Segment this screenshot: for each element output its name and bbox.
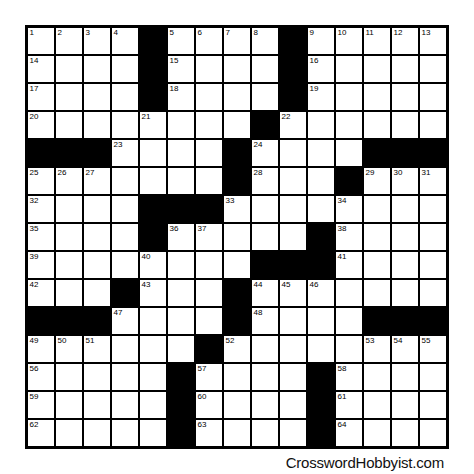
black-cell bbox=[364, 140, 390, 166]
white-cell[interactable] bbox=[56, 364, 82, 390]
white-cell[interactable]: 6 bbox=[196, 28, 222, 54]
white-cell[interactable] bbox=[224, 392, 250, 418]
white-cell[interactable]: 58 bbox=[336, 364, 362, 390]
black-cell bbox=[84, 308, 110, 334]
clue-number: 21 bbox=[142, 112, 151, 121]
white-cell[interactable] bbox=[364, 56, 390, 82]
white-cell[interactable]: 36 bbox=[168, 224, 194, 250]
black-cell bbox=[308, 224, 334, 250]
white-cell[interactable] bbox=[392, 392, 418, 418]
white-cell[interactable] bbox=[168, 112, 194, 138]
black-cell bbox=[84, 140, 110, 166]
white-cell[interactable] bbox=[280, 140, 306, 166]
white-cell[interactable] bbox=[420, 364, 446, 390]
white-cell[interactable] bbox=[252, 196, 278, 222]
clue-number: 25 bbox=[30, 168, 39, 177]
white-cell[interactable]: 63 bbox=[196, 420, 222, 446]
white-cell[interactable]: 62 bbox=[28, 420, 54, 446]
black-cell bbox=[252, 252, 278, 278]
black-cell bbox=[224, 280, 250, 306]
clue-number: 23 bbox=[114, 140, 123, 149]
white-cell[interactable]: 30 bbox=[392, 168, 418, 194]
clue-number: 60 bbox=[198, 392, 207, 401]
white-cell[interactable] bbox=[420, 196, 446, 222]
white-cell[interactable]: 60 bbox=[196, 392, 222, 418]
clue-number: 22 bbox=[282, 112, 291, 121]
white-cell[interactable]: 50 bbox=[56, 336, 82, 362]
black-cell bbox=[364, 308, 390, 334]
clue-number: 57 bbox=[198, 364, 207, 373]
white-cell[interactable]: 1 bbox=[28, 28, 54, 54]
white-cell[interactable] bbox=[420, 392, 446, 418]
clue-number: 29 bbox=[366, 168, 375, 177]
white-cell[interactable]: 15 bbox=[168, 56, 194, 82]
white-cell[interactable] bbox=[280, 420, 306, 446]
white-cell[interactable]: 24 bbox=[252, 140, 278, 166]
clue-number: 43 bbox=[142, 280, 151, 289]
white-cell[interactable] bbox=[112, 420, 138, 446]
white-cell[interactable]: 25 bbox=[28, 168, 54, 194]
white-cell[interactable] bbox=[196, 168, 222, 194]
white-cell[interactable]: 46 bbox=[308, 280, 334, 306]
white-cell[interactable] bbox=[420, 112, 446, 138]
white-cell[interactable]: 17 bbox=[28, 84, 54, 110]
white-cell[interactable] bbox=[140, 308, 166, 334]
white-cell[interactable]: 54 bbox=[392, 336, 418, 362]
white-cell[interactable] bbox=[224, 364, 250, 390]
black-cell bbox=[392, 308, 418, 334]
white-cell[interactable]: 64 bbox=[336, 420, 362, 446]
white-cell[interactable] bbox=[336, 308, 362, 334]
clue-number: 18 bbox=[170, 84, 179, 93]
white-cell[interactable] bbox=[140, 420, 166, 446]
clue-number: 42 bbox=[30, 280, 39, 289]
black-cell bbox=[280, 28, 306, 54]
white-cell[interactable] bbox=[140, 140, 166, 166]
black-cell bbox=[140, 84, 166, 110]
white-cell[interactable]: 51 bbox=[84, 336, 110, 362]
white-cell[interactable] bbox=[420, 252, 446, 278]
white-cell[interactable]: 37 bbox=[196, 224, 222, 250]
white-cell[interactable]: 4 bbox=[112, 28, 138, 54]
white-cell[interactable] bbox=[168, 140, 194, 166]
white-cell[interactable]: 16 bbox=[308, 56, 334, 82]
white-cell[interactable]: 56 bbox=[28, 364, 54, 390]
white-cell[interactable]: 48 bbox=[252, 308, 278, 334]
white-cell[interactable] bbox=[56, 224, 82, 250]
white-cell[interactable] bbox=[140, 364, 166, 390]
black-cell bbox=[112, 280, 138, 306]
clue-number: 31 bbox=[422, 168, 431, 177]
clue-number: 45 bbox=[282, 280, 291, 289]
white-cell[interactable]: 27 bbox=[84, 168, 110, 194]
black-cell bbox=[308, 252, 334, 278]
white-cell[interactable]: 22 bbox=[280, 112, 306, 138]
white-cell[interactable] bbox=[84, 112, 110, 138]
clue-number: 37 bbox=[198, 224, 207, 233]
white-cell[interactable] bbox=[84, 84, 110, 110]
black-cell bbox=[308, 392, 334, 418]
white-cell[interactable] bbox=[224, 56, 250, 82]
white-cell[interactable] bbox=[196, 252, 222, 278]
white-cell[interactable] bbox=[112, 392, 138, 418]
white-cell[interactable] bbox=[84, 392, 110, 418]
clue-number: 17 bbox=[30, 84, 39, 93]
white-cell[interactable] bbox=[112, 112, 138, 138]
black-cell bbox=[280, 252, 306, 278]
white-cell[interactable]: 19 bbox=[308, 84, 334, 110]
white-cell[interactable] bbox=[252, 84, 278, 110]
white-cell[interactable] bbox=[364, 196, 390, 222]
white-cell[interactable] bbox=[252, 336, 278, 362]
black-cell bbox=[28, 308, 54, 334]
white-cell[interactable] bbox=[84, 252, 110, 278]
white-cell[interactable]: 61 bbox=[336, 392, 362, 418]
white-cell[interactable] bbox=[56, 392, 82, 418]
black-cell bbox=[252, 112, 278, 138]
white-cell[interactable] bbox=[252, 224, 278, 250]
white-cell[interactable] bbox=[420, 84, 446, 110]
clue-number: 19 bbox=[310, 84, 319, 93]
white-cell[interactable] bbox=[252, 392, 278, 418]
clue-number: 33 bbox=[226, 196, 235, 205]
white-cell[interactable] bbox=[364, 392, 390, 418]
white-cell[interactable] bbox=[392, 280, 418, 306]
white-cell[interactable] bbox=[364, 280, 390, 306]
white-cell[interactable]: 3 bbox=[84, 28, 110, 54]
clue-number: 10 bbox=[338, 28, 347, 37]
white-cell[interactable] bbox=[84, 56, 110, 82]
white-cell[interactable]: 55 bbox=[420, 336, 446, 362]
white-cell[interactable] bbox=[252, 56, 278, 82]
clue-number: 8 bbox=[254, 28, 258, 37]
clue-number: 2 bbox=[58, 28, 62, 37]
footer-brand: CrosswordHobbyist.com bbox=[286, 454, 444, 471]
white-cell[interactable] bbox=[336, 84, 362, 110]
white-cell[interactable]: 59 bbox=[28, 392, 54, 418]
clue-number: 47 bbox=[114, 308, 123, 317]
clue-number: 35 bbox=[30, 224, 39, 233]
black-cell bbox=[224, 168, 250, 194]
clue-number: 1 bbox=[30, 28, 34, 37]
white-cell[interactable] bbox=[392, 420, 418, 446]
white-cell[interactable] bbox=[56, 196, 82, 222]
white-cell[interactable] bbox=[196, 56, 222, 82]
white-cell[interactable]: 10 bbox=[336, 28, 362, 54]
clue-number: 6 bbox=[198, 28, 202, 37]
white-cell[interactable] bbox=[140, 168, 166, 194]
white-cell[interactable] bbox=[196, 84, 222, 110]
white-cell[interactable]: 43 bbox=[140, 280, 166, 306]
clue-number: 39 bbox=[30, 252, 39, 261]
black-cell bbox=[168, 196, 194, 222]
white-cell[interactable] bbox=[112, 364, 138, 390]
black-cell bbox=[336, 168, 362, 194]
clue-number: 12 bbox=[394, 28, 403, 37]
white-cell[interactable]: 57 bbox=[196, 364, 222, 390]
black-cell bbox=[56, 308, 82, 334]
white-cell[interactable] bbox=[420, 224, 446, 250]
white-cell[interactable] bbox=[140, 392, 166, 418]
black-cell bbox=[168, 392, 194, 418]
clue-number: 16 bbox=[310, 56, 319, 65]
white-cell[interactable]: 38 bbox=[336, 224, 362, 250]
white-cell[interactable]: 12 bbox=[392, 28, 418, 54]
white-cell[interactable] bbox=[140, 336, 166, 362]
white-cell[interactable]: 18 bbox=[168, 84, 194, 110]
white-cell[interactable]: 21 bbox=[140, 112, 166, 138]
white-cell[interactable] bbox=[364, 252, 390, 278]
white-cell[interactable] bbox=[280, 392, 306, 418]
white-cell[interactable] bbox=[308, 168, 334, 194]
white-cell[interactable]: 31 bbox=[420, 168, 446, 194]
white-cell[interactable]: 53 bbox=[364, 336, 390, 362]
white-cell[interactable] bbox=[196, 280, 222, 306]
white-cell[interactable]: 13 bbox=[420, 28, 446, 54]
white-cell[interactable]: 14 bbox=[28, 56, 54, 82]
white-cell[interactable]: 5 bbox=[168, 28, 194, 54]
white-cell[interactable] bbox=[112, 196, 138, 222]
white-cell[interactable] bbox=[56, 56, 82, 82]
white-cell[interactable] bbox=[364, 112, 390, 138]
white-cell[interactable] bbox=[336, 112, 362, 138]
white-cell[interactable]: 32 bbox=[28, 196, 54, 222]
white-cell[interactable]: 40 bbox=[140, 252, 166, 278]
white-cell[interactable] bbox=[196, 140, 222, 166]
white-cell[interactable]: 8 bbox=[252, 28, 278, 54]
white-cell[interactable] bbox=[196, 112, 222, 138]
clue-number: 32 bbox=[30, 196, 39, 205]
black-cell bbox=[196, 196, 222, 222]
white-cell[interactable] bbox=[84, 196, 110, 222]
white-cell[interactable] bbox=[84, 420, 110, 446]
clue-number: 34 bbox=[338, 196, 347, 205]
white-cell[interactable] bbox=[392, 252, 418, 278]
white-cell[interactable] bbox=[280, 168, 306, 194]
white-cell[interactable] bbox=[168, 280, 194, 306]
clue-number: 48 bbox=[254, 308, 263, 317]
white-cell[interactable]: 41 bbox=[336, 252, 362, 278]
white-cell[interactable] bbox=[280, 336, 306, 362]
black-cell bbox=[168, 364, 194, 390]
white-cell[interactable]: 28 bbox=[252, 168, 278, 194]
black-cell bbox=[140, 196, 166, 222]
white-cell[interactable] bbox=[392, 84, 418, 110]
white-cell[interactable]: 45 bbox=[280, 280, 306, 306]
white-cell[interactable] bbox=[252, 364, 278, 390]
white-cell[interactable] bbox=[224, 84, 250, 110]
white-cell[interactable] bbox=[364, 84, 390, 110]
white-cell[interactable] bbox=[364, 420, 390, 446]
clue-number: 55 bbox=[422, 336, 431, 345]
clue-number: 3 bbox=[86, 28, 90, 37]
white-cell[interactable]: 29 bbox=[364, 168, 390, 194]
white-cell[interactable] bbox=[280, 224, 306, 250]
white-cell[interactable] bbox=[364, 364, 390, 390]
white-cell[interactable] bbox=[56, 420, 82, 446]
white-cell[interactable]: 20 bbox=[28, 112, 54, 138]
white-cell[interactable] bbox=[168, 308, 194, 334]
clue-number: 20 bbox=[30, 112, 39, 121]
clue-number: 26 bbox=[58, 168, 67, 177]
black-cell bbox=[280, 56, 306, 82]
clue-number: 28 bbox=[254, 168, 263, 177]
white-cell[interactable] bbox=[112, 56, 138, 82]
white-cell[interactable] bbox=[168, 168, 194, 194]
clue-number: 13 bbox=[422, 28, 431, 37]
black-cell bbox=[280, 84, 306, 110]
white-cell[interactable] bbox=[56, 280, 82, 306]
clue-number: 58 bbox=[338, 364, 347, 373]
clue-number: 38 bbox=[338, 224, 347, 233]
white-cell[interactable]: 35 bbox=[28, 224, 54, 250]
clue-number: 24 bbox=[254, 140, 263, 149]
white-cell[interactable] bbox=[308, 308, 334, 334]
white-cell[interactable] bbox=[112, 224, 138, 250]
white-cell[interactable]: 23 bbox=[112, 140, 138, 166]
white-cell[interactable]: 2 bbox=[56, 28, 82, 54]
white-cell[interactable] bbox=[280, 308, 306, 334]
white-cell[interactable] bbox=[420, 280, 446, 306]
black-cell bbox=[224, 140, 250, 166]
white-cell[interactable]: 47 bbox=[112, 308, 138, 334]
white-cell[interactable] bbox=[84, 224, 110, 250]
white-cell[interactable] bbox=[112, 336, 138, 362]
white-cell[interactable] bbox=[364, 224, 390, 250]
white-cell[interactable] bbox=[56, 84, 82, 110]
clue-number: 27 bbox=[86, 168, 95, 177]
clue-number: 9 bbox=[310, 28, 314, 37]
white-cell[interactable] bbox=[224, 252, 250, 278]
white-cell[interactable] bbox=[392, 112, 418, 138]
white-cell[interactable] bbox=[112, 252, 138, 278]
clue-number: 46 bbox=[310, 280, 319, 289]
clue-number: 49 bbox=[30, 336, 39, 345]
clue-number: 40 bbox=[142, 252, 151, 261]
clue-number: 62 bbox=[30, 420, 39, 429]
white-cell[interactable] bbox=[336, 280, 362, 306]
white-cell[interactable] bbox=[308, 196, 334, 222]
white-cell[interactable]: 9 bbox=[308, 28, 334, 54]
clue-number: 63 bbox=[198, 420, 207, 429]
black-cell bbox=[140, 28, 166, 54]
white-cell[interactable] bbox=[112, 168, 138, 194]
black-cell bbox=[308, 364, 334, 390]
black-cell bbox=[224, 308, 250, 334]
clue-number: 4 bbox=[114, 28, 118, 37]
white-cell[interactable]: 52 bbox=[224, 336, 250, 362]
white-cell[interactable] bbox=[308, 140, 334, 166]
clue-number: 44 bbox=[254, 280, 263, 289]
clue-number: 36 bbox=[170, 224, 179, 233]
black-cell bbox=[140, 56, 166, 82]
white-cell[interactable] bbox=[308, 112, 334, 138]
black-cell bbox=[420, 308, 446, 334]
clue-number: 54 bbox=[394, 336, 403, 345]
black-cell bbox=[140, 224, 166, 250]
clue-number: 53 bbox=[366, 336, 375, 345]
white-cell[interactable] bbox=[336, 336, 362, 362]
clue-number: 30 bbox=[394, 168, 403, 177]
white-cell[interactable] bbox=[196, 308, 222, 334]
clue-number: 5 bbox=[170, 28, 174, 37]
white-cell[interactable] bbox=[252, 420, 278, 446]
white-cell[interactable]: 34 bbox=[336, 196, 362, 222]
white-cell[interactable]: 49 bbox=[28, 336, 54, 362]
clue-number: 14 bbox=[30, 56, 39, 65]
white-cell[interactable] bbox=[56, 252, 82, 278]
clue-number: 11 bbox=[366, 28, 374, 37]
white-cell[interactable] bbox=[392, 196, 418, 222]
black-cell bbox=[196, 336, 222, 362]
black-cell bbox=[168, 420, 194, 446]
white-cell[interactable] bbox=[84, 364, 110, 390]
white-cell[interactable] bbox=[224, 420, 250, 446]
clue-number: 56 bbox=[30, 364, 39, 373]
black-cell bbox=[392, 140, 418, 166]
crossword-grid: 1234567891011121314151617181920212223242… bbox=[25, 25, 449, 449]
clue-number: 61 bbox=[338, 392, 347, 401]
white-cell[interactable]: 33 bbox=[224, 196, 250, 222]
white-cell[interactable] bbox=[224, 224, 250, 250]
white-cell[interactable] bbox=[308, 336, 334, 362]
white-cell[interactable] bbox=[224, 112, 250, 138]
white-cell[interactable] bbox=[336, 140, 362, 166]
white-cell[interactable] bbox=[112, 84, 138, 110]
white-cell[interactable] bbox=[168, 252, 194, 278]
clue-number: 50 bbox=[58, 336, 67, 345]
clue-number: 52 bbox=[226, 336, 235, 345]
white-cell[interactable]: 39 bbox=[28, 252, 54, 278]
white-cell[interactable]: 26 bbox=[56, 168, 82, 194]
white-cell[interactable] bbox=[280, 196, 306, 222]
white-cell[interactable] bbox=[392, 56, 418, 82]
white-cell[interactable] bbox=[420, 420, 446, 446]
white-cell[interactable] bbox=[280, 364, 306, 390]
black-cell bbox=[28, 140, 54, 166]
black-cell bbox=[420, 140, 446, 166]
black-cell bbox=[308, 420, 334, 446]
white-cell[interactable]: 7 bbox=[224, 28, 250, 54]
white-cell[interactable]: 44 bbox=[252, 280, 278, 306]
white-cell[interactable] bbox=[392, 364, 418, 390]
clue-number: 7 bbox=[226, 28, 230, 37]
white-cell[interactable] bbox=[420, 56, 446, 82]
white-cell[interactable] bbox=[392, 224, 418, 250]
clue-number: 64 bbox=[338, 420, 347, 429]
white-cell[interactable] bbox=[84, 280, 110, 306]
white-cell[interactable]: 11 bbox=[364, 28, 390, 54]
white-cell[interactable] bbox=[56, 112, 82, 138]
clue-number: 15 bbox=[170, 56, 179, 65]
clue-number: 59 bbox=[30, 392, 39, 401]
black-cell bbox=[56, 140, 82, 166]
clue-number: 51 bbox=[86, 336, 95, 345]
clue-number: 41 bbox=[338, 252, 347, 261]
white-cell[interactable] bbox=[336, 56, 362, 82]
white-cell[interactable]: 42 bbox=[28, 280, 54, 306]
white-cell[interactable] bbox=[168, 336, 194, 362]
